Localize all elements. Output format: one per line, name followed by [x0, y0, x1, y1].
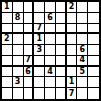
empty-cell-r7c6[interactable]: [56, 67, 67, 78]
empty-cell-r8c8[interactable]: [77, 77, 88, 88]
empty-cell-r7c7[interactable]: [67, 67, 78, 78]
empty-cell-r6c6[interactable]: [56, 56, 67, 67]
empty-cell-r5c6[interactable]: [56, 45, 67, 56]
empty-cell-r9c2[interactable]: [13, 88, 24, 99]
empty-cell-r8c9[interactable]: [88, 77, 99, 88]
empty-cell-r4c9[interactable]: [88, 34, 99, 45]
given-cell-r6c3: 7: [24, 56, 35, 67]
empty-cell-r2c4[interactable]: [34, 13, 45, 24]
empty-cell-r2c8[interactable]: [77, 13, 88, 24]
empty-cell-r3c5[interactable]: [45, 24, 56, 35]
given-cell-r8c2: 3: [13, 77, 24, 88]
given-cell-r3c4: 7: [34, 24, 45, 35]
empty-cell-r4c8[interactable]: [77, 34, 88, 45]
empty-cell-r9c3[interactable]: [24, 88, 35, 99]
given-cell-r7c3: 6: [24, 67, 35, 78]
empty-cell-r5c5[interactable]: [45, 45, 56, 56]
empty-cell-r2c6[interactable]: [56, 13, 67, 24]
sudoku-board: 12867213674645317: [0, 0, 101, 101]
empty-cell-r9c8[interactable]: [77, 88, 88, 99]
empty-cell-r7c9[interactable]: [88, 67, 99, 78]
given-cell-r2c5: 6: [45, 13, 56, 24]
given-cell-r2c2: 8: [13, 13, 24, 24]
empty-cell-r6c1[interactable]: [2, 56, 13, 67]
empty-cell-r2c7[interactable]: [67, 13, 78, 24]
empty-cell-r9c1[interactable]: [2, 88, 13, 99]
given-cell-r4c1: 2: [2, 34, 13, 45]
empty-cell-r1c6[interactable]: [56, 2, 67, 13]
empty-cell-r6c4[interactable]: [34, 56, 45, 67]
empty-cell-r9c4[interactable]: [34, 88, 45, 99]
empty-cell-r1c9[interactable]: [88, 2, 99, 13]
empty-cell-r3c6[interactable]: [56, 24, 67, 35]
empty-cell-r2c3[interactable]: [24, 13, 35, 24]
empty-cell-r8c4[interactable]: [34, 77, 45, 88]
empty-cell-r1c8[interactable]: [77, 2, 88, 13]
given-cell-r5c8: 6: [77, 45, 88, 56]
empty-cell-r8c1[interactable]: [2, 77, 13, 88]
empty-cell-r6c5[interactable]: [45, 56, 56, 67]
empty-cell-r9c5[interactable]: [45, 88, 56, 99]
empty-cell-r3c7[interactable]: [67, 24, 78, 35]
empty-cell-r8c5[interactable]: [45, 77, 56, 88]
empty-cell-r1c5[interactable]: [45, 2, 56, 13]
empty-cell-r5c9[interactable]: [88, 45, 99, 56]
empty-cell-r3c2[interactable]: [13, 24, 24, 35]
given-cell-r8c7: 1: [67, 77, 78, 88]
empty-cell-r2c1[interactable]: [2, 13, 13, 24]
empty-cell-r1c3[interactable]: [24, 2, 35, 13]
empty-cell-r5c7[interactable]: [67, 45, 78, 56]
empty-cell-r4c6[interactable]: [56, 34, 67, 45]
given-cell-r9c7: 7: [67, 88, 78, 99]
empty-cell-r7c4[interactable]: [34, 67, 45, 78]
empty-cell-r4c5[interactable]: [45, 34, 56, 45]
empty-cell-r9c6[interactable]: [56, 88, 67, 99]
given-cell-r6c8: 4: [77, 56, 88, 67]
given-cell-r7c5: 4: [45, 67, 56, 78]
given-cell-r1c7: 2: [67, 2, 78, 13]
empty-cell-r1c2[interactable]: [13, 2, 24, 13]
given-cell-r4c4: 1: [34, 34, 45, 45]
empty-cell-r5c3[interactable]: [24, 45, 35, 56]
empty-cell-r7c1[interactable]: [2, 67, 13, 78]
empty-cell-r6c7[interactable]: [67, 56, 78, 67]
empty-cell-r3c8[interactable]: [77, 24, 88, 35]
empty-cell-r7c2[interactable]: [13, 67, 24, 78]
empty-cell-r1c4[interactable]: [34, 2, 45, 13]
empty-cell-r4c7[interactable]: [67, 34, 78, 45]
empty-cell-r2c9[interactable]: [88, 13, 99, 24]
empty-cell-r4c2[interactable]: [13, 34, 24, 45]
empty-cell-r9c9[interactable]: [88, 88, 99, 99]
empty-cell-r8c3[interactable]: [24, 77, 35, 88]
empty-cell-r6c2[interactable]: [13, 56, 24, 67]
empty-cell-r3c9[interactable]: [88, 24, 99, 35]
empty-cell-r4c3[interactable]: [24, 34, 35, 45]
empty-cell-r5c2[interactable]: [13, 45, 24, 56]
empty-cell-r3c1[interactable]: [2, 24, 13, 35]
given-cell-r1c1: 1: [2, 2, 13, 13]
empty-cell-r6c9[interactable]: [88, 56, 99, 67]
empty-cell-r3c3[interactable]: [24, 24, 35, 35]
empty-cell-r5c1[interactable]: [2, 45, 13, 56]
given-cell-r7c8: 5: [77, 67, 88, 78]
given-cell-r5c4: 3: [34, 45, 45, 56]
empty-cell-r8c6[interactable]: [56, 77, 67, 88]
